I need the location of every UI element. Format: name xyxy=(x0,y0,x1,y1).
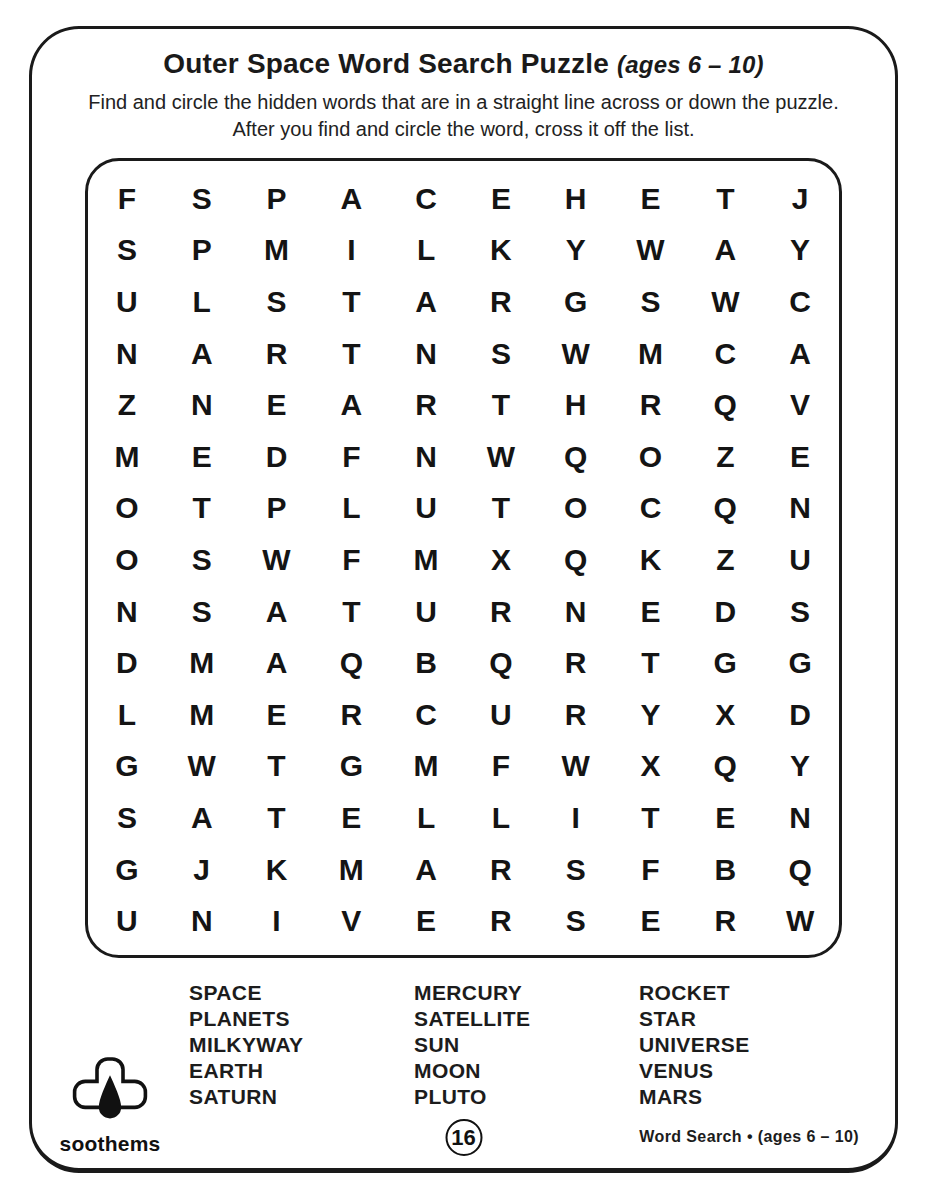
grid-cell[interactable]: Y xyxy=(763,741,838,793)
grid-cell[interactable]: D xyxy=(90,637,165,689)
grid-cell[interactable]: N xyxy=(90,586,165,638)
grid-cell[interactable]: P xyxy=(239,173,314,225)
word-list-item[interactable]: SATELLITE xyxy=(414,1006,639,1032)
grid-cell[interactable]: E xyxy=(239,689,314,741)
grid-cell[interactable]: A xyxy=(164,328,239,380)
grid-cell[interactable]: M xyxy=(164,689,239,741)
title-text: Outer Space Word Search Puzzle xyxy=(163,48,609,79)
grid-cell[interactable]: Q xyxy=(763,844,838,896)
grid-cell[interactable]: A xyxy=(239,637,314,689)
grid-cell[interactable]: S xyxy=(538,895,613,947)
grid-cell[interactable]: M xyxy=(239,225,314,277)
grid-cell[interactable]: L xyxy=(389,792,464,844)
grid-cell[interactable]: G xyxy=(763,637,838,689)
brand-name: soothems xyxy=(50,1132,170,1156)
grid-cell[interactable]: E xyxy=(613,895,688,947)
word-list-item[interactable]: VENUS xyxy=(639,1058,864,1084)
instructions: Find and circle the hidden words that ar… xyxy=(32,89,895,143)
grid-cell[interactable]: A xyxy=(389,844,464,896)
grid-cell[interactable]: T xyxy=(314,328,389,380)
grid-cell[interactable]: E xyxy=(164,431,239,483)
grid-cell[interactable]: U xyxy=(389,586,464,638)
grid-cell[interactable]: W xyxy=(538,328,613,380)
word-list-column-2: MERCURYSATELLITESUNMOONPLUTO xyxy=(414,980,639,1110)
grid-cell[interactable]: Z xyxy=(688,431,763,483)
grid-cell[interactable]: T xyxy=(464,483,539,535)
instructions-line-1: Find and circle the hidden words that ar… xyxy=(32,89,895,116)
footer-caption: Word Search • (ages 6 – 10) xyxy=(639,1128,859,1146)
grid-cell[interactable]: W xyxy=(239,534,314,586)
word-list-item[interactable]: PLUTO xyxy=(414,1084,639,1110)
grid-cell[interactable]: R xyxy=(464,276,539,328)
grid-cell[interactable]: G xyxy=(90,741,165,793)
grid-cell[interactable]: S xyxy=(164,534,239,586)
grid-cell[interactable]: Q xyxy=(314,637,389,689)
grid-cell[interactable]: N xyxy=(164,379,239,431)
grid-cell[interactable]: X xyxy=(613,741,688,793)
grid-cell[interactable]: E xyxy=(613,173,688,225)
grid-cell[interactable]: R xyxy=(688,895,763,947)
grid-cell[interactable]: N xyxy=(763,792,838,844)
grid-cell[interactable]: N xyxy=(90,328,165,380)
grid-cell[interactable]: P xyxy=(239,483,314,535)
grid-cell[interactable]: U xyxy=(389,483,464,535)
grid-cell[interactable]: V xyxy=(314,895,389,947)
word-list-item[interactable]: EARTH xyxy=(189,1058,414,1084)
grid-cell[interactable]: J xyxy=(164,844,239,896)
grid-cell[interactable]: R xyxy=(389,379,464,431)
grid-cell[interactable]: N xyxy=(389,431,464,483)
grid-cell[interactable]: W xyxy=(688,276,763,328)
grid-cell[interactable]: C xyxy=(613,483,688,535)
grid-cell[interactable]: S xyxy=(538,844,613,896)
grid-cell[interactable]: A xyxy=(314,173,389,225)
grid-cell[interactable]: T xyxy=(164,483,239,535)
grid-cell[interactable]: N xyxy=(164,895,239,947)
grid-cell[interactable]: C xyxy=(389,173,464,225)
word-list-item[interactable]: MERCURY xyxy=(414,980,639,1006)
grid-cell[interactable]: M xyxy=(389,534,464,586)
brand-logo: soothems xyxy=(50,1056,170,1156)
grid-cell[interactable]: N xyxy=(389,328,464,380)
grid-cell[interactable]: L xyxy=(464,792,539,844)
grid-cell[interactable]: T xyxy=(239,792,314,844)
grid-cell[interactable]: W xyxy=(613,225,688,277)
grid-cell[interactable]: R xyxy=(314,689,389,741)
grid-cell[interactable]: Q xyxy=(688,483,763,535)
grid-cell[interactable]: Q xyxy=(688,741,763,793)
grid-cell[interactable]: N xyxy=(538,586,613,638)
grid-cell[interactable]: D xyxy=(688,586,763,638)
grid-cell[interactable]: W xyxy=(763,895,838,947)
page-title: Outer Space Word Search Puzzle (ages 6 –… xyxy=(32,47,895,82)
grid-cell[interactable]: D xyxy=(763,689,838,741)
grid-cell[interactable]: C xyxy=(763,276,838,328)
grid-cell[interactable]: T xyxy=(314,586,389,638)
word-list-item[interactable]: SATURN xyxy=(189,1084,414,1110)
grid-cell[interactable]: L xyxy=(389,225,464,277)
grid-cell[interactable]: M xyxy=(90,431,165,483)
grid-cell[interactable]: Y xyxy=(763,225,838,277)
grid-cell[interactable]: F xyxy=(314,534,389,586)
word-list-item[interactable]: MARS xyxy=(639,1084,864,1110)
grid-cell[interactable]: R xyxy=(239,328,314,380)
grid-cell[interactable]: M xyxy=(389,741,464,793)
grid-cell[interactable]: R xyxy=(464,844,539,896)
grid-cell[interactable]: R xyxy=(464,586,539,638)
grid-cell[interactable]: F xyxy=(464,741,539,793)
grid-cell[interactable]: Q xyxy=(538,534,613,586)
grid-cell[interactable]: S xyxy=(164,586,239,638)
grid-cell[interactable]: T xyxy=(613,792,688,844)
page-number-badge: 16 xyxy=(445,1119,482,1156)
grid-cell[interactable]: M xyxy=(314,844,389,896)
word-list-item[interactable]: MOON xyxy=(414,1058,639,1084)
word-list-item[interactable]: UNIVERSE xyxy=(639,1032,864,1058)
word-list-item[interactable]: MILKYWAY xyxy=(189,1032,414,1058)
grid-cell[interactable]: S xyxy=(164,173,239,225)
grid-cell[interactable]: O xyxy=(538,483,613,535)
word-list-item[interactable]: SUN xyxy=(414,1032,639,1058)
grid-cell[interactable]: L xyxy=(164,276,239,328)
grid-cell[interactable]: A xyxy=(688,225,763,277)
grid-cell[interactable]: M xyxy=(613,328,688,380)
grid-cell[interactable]: Y xyxy=(538,225,613,277)
grid-cell[interactable]: E xyxy=(314,792,389,844)
grid-cell[interactable]: H xyxy=(538,379,613,431)
grid-cell[interactable]: E xyxy=(464,173,539,225)
worksheet-frame: Outer Space Word Search Puzzle (ages 6 –… xyxy=(29,26,898,1173)
grid-cell[interactable]: U xyxy=(464,689,539,741)
grid-cell[interactable]: R xyxy=(538,637,613,689)
grid-cell[interactable]: O xyxy=(90,534,165,586)
grid-cell[interactable]: A xyxy=(164,792,239,844)
grid-cell[interactable]: S xyxy=(464,328,539,380)
grid-cell[interactable]: T xyxy=(613,637,688,689)
grid-cell[interactable]: A xyxy=(389,276,464,328)
word-list-item[interactable]: STAR xyxy=(639,1006,864,1032)
grid-cell[interactable]: X xyxy=(688,689,763,741)
grid-cell[interactable]: R xyxy=(538,689,613,741)
grid-cell[interactable]: F xyxy=(314,431,389,483)
grid-cell[interactable]: L xyxy=(90,689,165,741)
grid-cell[interactable]: K xyxy=(613,534,688,586)
grid-cell[interactable]: U xyxy=(90,895,165,947)
grid-cell[interactable]: O xyxy=(613,431,688,483)
grid-cell[interactable]: S xyxy=(613,276,688,328)
grid-cell[interactable]: R xyxy=(613,379,688,431)
grid-cell[interactable]: Q xyxy=(538,431,613,483)
grid-cell[interactable]: F xyxy=(90,173,165,225)
grid-cell[interactable]: W xyxy=(464,431,539,483)
grid-cell[interactable]: W xyxy=(538,741,613,793)
grid-cell[interactable]: V xyxy=(763,379,838,431)
grid-cell[interactable]: T xyxy=(239,741,314,793)
grid-cell[interactable]: I xyxy=(239,895,314,947)
grid-cell[interactable]: E xyxy=(613,586,688,638)
grid-cell[interactable]: N xyxy=(763,483,838,535)
grid-cell[interactable]: C xyxy=(389,689,464,741)
grid-cell[interactable]: A xyxy=(763,328,838,380)
instructions-line-2: After you find and circle the word, cros… xyxy=(32,116,895,143)
grid-cell[interactable]: Q xyxy=(464,637,539,689)
grid-cell[interactable]: D xyxy=(239,431,314,483)
grid-cell[interactable]: B xyxy=(688,844,763,896)
grid-cell[interactable]: E xyxy=(239,379,314,431)
grid-cell[interactable]: C xyxy=(688,328,763,380)
grid-cell[interactable]: L xyxy=(314,483,389,535)
grid-cell[interactable]: Z xyxy=(90,379,165,431)
age-range: (ages 6 – 10) xyxy=(617,51,764,78)
grid-cell[interactable]: T xyxy=(314,276,389,328)
grid-cell[interactable]: H xyxy=(538,173,613,225)
grid-cell[interactable]: B xyxy=(389,637,464,689)
grid-cell[interactable]: M xyxy=(164,637,239,689)
grid-cell[interactable]: P xyxy=(164,225,239,277)
word-list-column-1: SPACEPLANETSMILKYWAYEARTHSATURN xyxy=(189,980,414,1110)
grid-cell[interactable]: E xyxy=(389,895,464,947)
grid-cell[interactable]: I xyxy=(538,792,613,844)
grid-cell[interactable]: K xyxy=(464,225,539,277)
grid-cell[interactable]: G xyxy=(688,637,763,689)
word-list-item[interactable]: ROCKET xyxy=(639,980,864,1006)
grid-cell[interactable]: Y xyxy=(613,689,688,741)
soothems-cross-drop-icon xyxy=(70,1056,150,1136)
word-list-item[interactable]: SPACE xyxy=(189,980,414,1006)
word-list-column-3: ROCKETSTARUNIVERSEVENUSMARS xyxy=(639,980,864,1110)
grid-cell[interactable]: E xyxy=(763,431,838,483)
grid-cell[interactable]: G xyxy=(90,844,165,896)
grid-cell[interactable]: I xyxy=(314,225,389,277)
grid-cell[interactable]: E xyxy=(688,792,763,844)
grid-cell[interactable]: G xyxy=(538,276,613,328)
grid-cell[interactable]: S xyxy=(763,586,838,638)
grid-cell[interactable]: W xyxy=(164,741,239,793)
grid-cell[interactable]: S xyxy=(90,225,165,277)
grid-cell[interactable]: F xyxy=(613,844,688,896)
grid-cell[interactable]: R xyxy=(464,895,539,947)
grid-cell[interactable]: X xyxy=(464,534,539,586)
word-list-item[interactable]: PLANETS xyxy=(189,1006,414,1032)
grid-cell[interactable]: G xyxy=(314,741,389,793)
grid-cell[interactable]: S xyxy=(90,792,165,844)
word-list: SPACEPLANETSMILKYWAYEARTHSATURN MERCURYS… xyxy=(189,980,895,1110)
grid-cell[interactable]: Q xyxy=(688,379,763,431)
grid-cell[interactable]: A xyxy=(314,379,389,431)
grid-cell[interactable]: S xyxy=(239,276,314,328)
grid-cell[interactable]: U xyxy=(90,276,165,328)
grid-cell[interactable]: J xyxy=(763,173,838,225)
grid-cell[interactable]: U xyxy=(763,534,838,586)
grid-cell[interactable]: T xyxy=(688,173,763,225)
grid-cell[interactable]: K xyxy=(239,844,314,896)
grid-cell[interactable]: A xyxy=(239,586,314,638)
word-search-grid: FSPACEHETJSPMILKYWAYULSTARGSWCNARTNSWMCA… xyxy=(85,158,842,958)
grid-cell[interactable]: O xyxy=(90,483,165,535)
grid-cell[interactable]: T xyxy=(464,379,539,431)
grid-cell[interactable]: Z xyxy=(688,534,763,586)
